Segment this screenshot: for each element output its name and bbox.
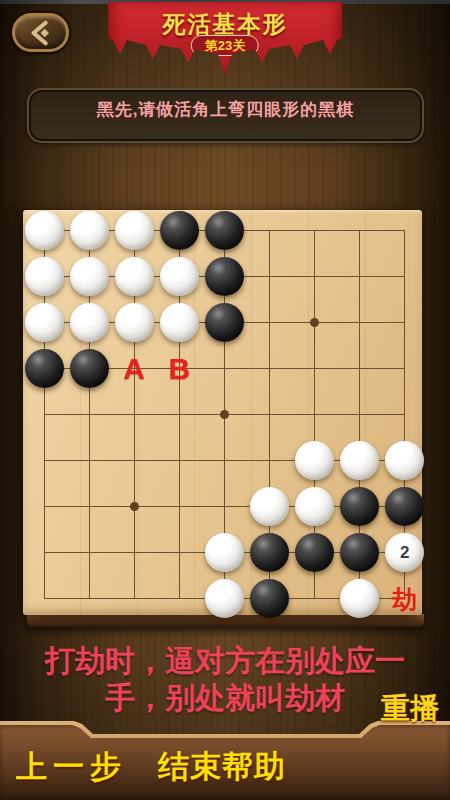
white-stone	[115, 303, 154, 342]
white-stone	[205, 579, 244, 618]
star-point	[220, 410, 229, 419]
white-stone	[385, 441, 424, 480]
star-point	[130, 502, 139, 511]
black-stone	[25, 349, 64, 388]
instruction-text: 黑先,请做活角上弯四眼形的黑棋	[29, 98, 422, 121]
black-stone	[160, 211, 199, 250]
replay-button[interactable]: 重播	[381, 689, 439, 729]
white-stone	[115, 211, 154, 250]
white-stone	[25, 257, 64, 296]
end-help-button[interactable]: 结束帮助	[158, 746, 286, 788]
app-screen: { "game": "go", "position": [ "WWWBB....…	[0, 0, 450, 800]
white-stone	[295, 441, 334, 480]
black-stone	[250, 533, 289, 572]
white-stone	[205, 533, 244, 572]
black-stone	[70, 349, 109, 388]
point-label-a: A	[123, 352, 145, 386]
white-stone	[25, 303, 64, 342]
level-banner: 死活基本形 第23关	[108, 2, 342, 80]
white-stone	[115, 257, 154, 296]
back-button[interactable]	[12, 13, 69, 52]
white-stone	[295, 487, 334, 526]
move-number-label: 2	[400, 543, 409, 563]
white-stone	[70, 257, 109, 296]
black-stone	[340, 533, 379, 572]
ko-label: 劫	[392, 583, 417, 616]
white-stone	[340, 579, 379, 618]
white-stone	[25, 211, 64, 250]
black-stone	[205, 211, 244, 250]
white-stone	[70, 211, 109, 250]
black-stone	[385, 487, 424, 526]
hint-line-1: 打劫时，逼对方在别处应一	[0, 642, 450, 679]
level-badge: 第23关	[191, 35, 259, 56]
instruction-box: 黑先,请做活角上弯四眼形的黑棋	[27, 88, 424, 143]
black-stone	[295, 533, 334, 572]
back-arrow-icon	[27, 19, 55, 47]
white-stone	[160, 303, 199, 342]
white-stone	[250, 487, 289, 526]
point-label-b: B	[168, 352, 190, 386]
white-stone	[340, 441, 379, 480]
go-board[interactable]: AB2劫	[23, 210, 422, 615]
undo-button[interactable]: 上一步	[16, 746, 127, 788]
star-point	[310, 318, 319, 327]
black-stone	[205, 303, 244, 342]
white-stone	[70, 303, 109, 342]
white-stone	[160, 257, 199, 296]
black-stone	[340, 487, 379, 526]
black-stone	[205, 257, 244, 296]
black-stone	[250, 579, 289, 618]
